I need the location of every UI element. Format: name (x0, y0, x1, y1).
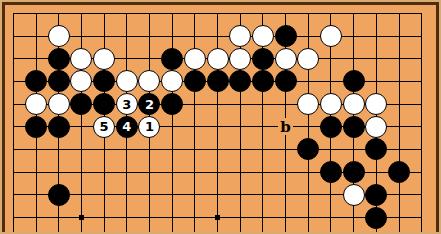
intersection-2-7 (47, 161, 70, 184)
intersection-13-10 (297, 229, 320, 232)
intersection-2-1 (47, 25, 70, 48)
white-stone (297, 93, 319, 115)
intersection-9-0 (206, 2, 229, 25)
intersection-15-1 (342, 25, 365, 48)
intersection-13-0 (297, 2, 320, 25)
black-stone (275, 25, 297, 47)
black-stone (48, 116, 70, 138)
intersection-12-5: b (274, 115, 297, 138)
intersection-13-3 (297, 70, 320, 93)
intersection-12-10 (274, 229, 297, 232)
intersection-2-10 (47, 229, 70, 232)
intersection-18-7 (410, 161, 433, 184)
intersection-10-7 (229, 161, 252, 184)
intersection-11-1 (252, 25, 275, 48)
intersection-14-0 (320, 2, 343, 25)
intersection-1-5 (25, 115, 48, 138)
white-stone (48, 25, 70, 47)
intersection-9-4 (206, 93, 229, 116)
black-stone (252, 48, 274, 70)
intersection-18-2 (410, 47, 433, 70)
intersection-3-7 (70, 161, 93, 184)
intersection-16-0 (365, 2, 388, 25)
intersection-18-5 (410, 115, 433, 138)
intersection-18-9 (410, 206, 433, 229)
intersection-14-10 (320, 229, 343, 232)
intersection-10-4 (229, 93, 252, 116)
intersection-13-7 (297, 161, 320, 184)
intersection-7-5 (161, 115, 184, 138)
intersection-16-5 (365, 115, 388, 138)
intersection-3-9 (70, 206, 93, 229)
intersection-14-9 (320, 206, 343, 229)
go-diagram: 32541b (0, 0, 441, 234)
intersection-8-1 (184, 25, 207, 48)
intersection-18-8 (410, 184, 433, 207)
intersection-15-10 (342, 229, 365, 232)
intersection-0-6 (2, 138, 25, 161)
black-stone (252, 70, 274, 92)
black-stone (93, 93, 115, 115)
intersection-16-3 (365, 70, 388, 93)
black-stone (48, 184, 70, 206)
intersection-7-1 (161, 25, 184, 48)
white-stone (48, 93, 70, 115)
intersection-1-2 (25, 47, 48, 70)
intersection-4-10 (93, 229, 116, 232)
intersection-6-10 (138, 229, 161, 232)
intersection-3-0 (70, 2, 93, 25)
white-stone (229, 48, 251, 70)
intersection-10-10 (229, 229, 252, 232)
intersection-16-10 (365, 229, 388, 232)
intersection-15-6 (342, 138, 365, 161)
white-stone (297, 48, 319, 70)
intersection-12-4 (274, 93, 297, 116)
intersection-17-1 (388, 25, 411, 48)
intersection-7-0 (161, 2, 184, 25)
white-stone-move-1: 1 (138, 116, 160, 138)
black-stone-move-4: 4 (116, 116, 138, 138)
black-stone (207, 70, 229, 92)
intersection-17-3 (388, 70, 411, 93)
intersection-3-5 (70, 115, 93, 138)
white-stone (70, 70, 92, 92)
intersection-8-3 (184, 70, 207, 93)
intersection-3-2 (70, 47, 93, 70)
intersection-10-9 (229, 206, 252, 229)
black-stone (229, 70, 251, 92)
intersection-12-8 (274, 184, 297, 207)
intersection-3-6 (70, 138, 93, 161)
intersection-15-0 (342, 2, 365, 25)
intersection-7-8 (161, 184, 184, 207)
intersection-5-7 (115, 161, 138, 184)
black-stone (25, 116, 47, 138)
intersection-9-1 (206, 25, 229, 48)
intersection-4-4 (93, 93, 116, 116)
intersection-11-7 (252, 161, 275, 184)
intersection-17-8 (388, 184, 411, 207)
intersection-8-0 (184, 2, 207, 25)
intersection-16-4 (365, 93, 388, 116)
intersection-14-3 (320, 70, 343, 93)
intersection-5-9 (115, 206, 138, 229)
intersection-15-4 (342, 93, 365, 116)
white-stone (184, 48, 206, 70)
intersection-17-2 (388, 47, 411, 70)
intersection-2-0 (47, 2, 70, 25)
intersection-12-9 (274, 206, 297, 229)
intersection-6-4: 2 (138, 93, 161, 116)
white-stone (275, 48, 297, 70)
intersection-12-6 (274, 138, 297, 161)
white-stone-move-5: 5 (93, 116, 115, 138)
intersection-15-7 (342, 161, 365, 184)
black-stone (184, 70, 206, 92)
intersection-0-9 (2, 206, 25, 229)
intersection-8-10 (184, 229, 207, 232)
intersection-2-5 (47, 115, 70, 138)
intersection-14-1 (320, 25, 343, 48)
white-stone (138, 70, 160, 92)
black-stone (388, 161, 410, 183)
intersection-0-2 (2, 47, 25, 70)
intersection-10-6 (229, 138, 252, 161)
intersection-13-8 (297, 184, 320, 207)
intersection-6-5: 1 (138, 115, 161, 138)
white-stone (365, 116, 387, 138)
intersection-6-6 (138, 138, 161, 161)
go-board-grid: 32541b (2, 2, 433, 232)
intersection-10-3 (229, 70, 252, 93)
intersection-1-8 (25, 184, 48, 207)
intersection-5-0 (115, 2, 138, 25)
intersection-10-1 (229, 25, 252, 48)
intersection-18-10 (410, 229, 433, 232)
intersection-2-9 (47, 206, 70, 229)
intersection-15-8 (342, 184, 365, 207)
white-stone (365, 93, 387, 115)
intersection-8-7 (184, 161, 207, 184)
intersection-13-5 (297, 115, 320, 138)
black-stone (275, 70, 297, 92)
intersection-14-4 (320, 93, 343, 116)
intersection-6-0 (138, 2, 161, 25)
intersection-4-7 (93, 161, 116, 184)
intersection-11-6 (252, 138, 275, 161)
intersection-0-8 (2, 184, 25, 207)
intersection-11-5 (252, 115, 275, 138)
board-frame: 32541b (2, 2, 439, 232)
intersection-8-9 (184, 206, 207, 229)
intersection-4-6 (93, 138, 116, 161)
intersection-1-4 (25, 93, 48, 116)
intersection-14-7 (320, 161, 343, 184)
black-stone (343, 161, 365, 183)
star-point (79, 215, 84, 220)
intersection-8-4 (184, 93, 207, 116)
intersection-1-0 (25, 2, 48, 25)
intersection-9-8 (206, 184, 229, 207)
intersection-2-3 (47, 70, 70, 93)
intersection-6-1 (138, 25, 161, 48)
intersection-7-10 (161, 229, 184, 232)
intersection-8-6 (184, 138, 207, 161)
intersection-7-4 (161, 93, 184, 116)
intersection-3-4 (70, 93, 93, 116)
intersection-9-3 (206, 70, 229, 93)
intersection-13-9 (297, 206, 320, 229)
intersection-11-4 (252, 93, 275, 116)
intersection-2-4 (47, 93, 70, 116)
intersection-0-4 (2, 93, 25, 116)
intersection-18-4 (410, 93, 433, 116)
intersection-11-2 (252, 47, 275, 70)
intersection-5-4: 3 (115, 93, 138, 116)
intersection-12-1 (274, 25, 297, 48)
intersection-2-8 (47, 184, 70, 207)
intersection-6-8 (138, 184, 161, 207)
intersection-0-5 (2, 115, 25, 138)
intersection-12-7 (274, 161, 297, 184)
intersection-4-1 (93, 25, 116, 48)
intersection-11-8 (252, 184, 275, 207)
intersection-8-2 (184, 47, 207, 70)
intersection-9-10 (206, 229, 229, 232)
intersection-13-1 (297, 25, 320, 48)
white-stone (93, 48, 115, 70)
intersection-3-10 (70, 229, 93, 232)
intersection-3-3 (70, 70, 93, 93)
black-stone (343, 116, 365, 138)
black-stone (161, 48, 183, 70)
intersection-14-8 (320, 184, 343, 207)
intersection-5-3 (115, 70, 138, 93)
intersection-18-6 (410, 138, 433, 161)
black-stone (320, 161, 342, 183)
intersection-7-2 (161, 47, 184, 70)
white-stone (343, 184, 365, 206)
intersection-1-3 (25, 70, 48, 93)
intersection-16-9 (365, 206, 388, 229)
intersection-17-5 (388, 115, 411, 138)
intersection-4-3 (93, 70, 116, 93)
label-point-b: b (278, 118, 293, 135)
intersection-16-1 (365, 25, 388, 48)
white-stone (207, 48, 229, 70)
intersection-10-2 (229, 47, 252, 70)
intersection-14-6 (320, 138, 343, 161)
black-stone (343, 70, 365, 92)
intersection-12-0 (274, 2, 297, 25)
intersection-10-8 (229, 184, 252, 207)
intersection-12-2 (274, 47, 297, 70)
star-point (215, 215, 220, 220)
white-stone (161, 70, 183, 92)
intersection-8-8 (184, 184, 207, 207)
black-stone-move-2: 2 (138, 93, 160, 115)
intersection-11-0 (252, 2, 275, 25)
intersection-11-3 (252, 70, 275, 93)
intersection-15-5 (342, 115, 365, 138)
white-stone (320, 25, 342, 47)
intersection-4-0 (93, 2, 116, 25)
intersection-10-5 (229, 115, 252, 138)
black-stone (320, 116, 342, 138)
intersection-10-0 (229, 2, 252, 25)
intersection-15-9 (342, 206, 365, 229)
intersection-15-2 (342, 47, 365, 70)
intersection-17-10 (388, 229, 411, 232)
black-stone (161, 93, 183, 115)
intersection-5-1 (115, 25, 138, 48)
intersection-5-10 (115, 229, 138, 232)
intersection-1-1 (25, 25, 48, 48)
intersection-16-7 (365, 161, 388, 184)
black-stone (365, 138, 387, 160)
intersection-4-2 (93, 47, 116, 70)
intersection-18-3 (410, 70, 433, 93)
intersection-17-6 (388, 138, 411, 161)
intersection-0-7 (2, 161, 25, 184)
intersection-18-0 (410, 2, 433, 25)
intersection-7-3 (161, 70, 184, 93)
intersection-5-5: 4 (115, 115, 138, 138)
white-stone (252, 25, 274, 47)
intersection-9-2 (206, 47, 229, 70)
intersection-15-3 (342, 70, 365, 93)
intersection-6-3 (138, 70, 161, 93)
intersection-9-7 (206, 161, 229, 184)
intersection-6-7 (138, 161, 161, 184)
intersection-6-9 (138, 206, 161, 229)
intersection-0-0 (2, 2, 25, 25)
intersection-16-6 (365, 138, 388, 161)
intersection-9-6 (206, 138, 229, 161)
intersection-17-9 (388, 206, 411, 229)
intersection-16-2 (365, 47, 388, 70)
intersection-0-3 (2, 70, 25, 93)
intersection-9-9 (206, 206, 229, 229)
black-stone (48, 70, 70, 92)
intersection-5-2 (115, 47, 138, 70)
intersection-2-2 (47, 47, 70, 70)
intersection-17-4 (388, 93, 411, 116)
intersection-3-1 (70, 25, 93, 48)
intersection-4-9 (93, 206, 116, 229)
intersection-12-3 (274, 70, 297, 93)
black-stone (25, 70, 47, 92)
white-stone (229, 25, 251, 47)
intersection-0-1 (2, 25, 25, 48)
intersection-5-8 (115, 184, 138, 207)
intersection-8-5 (184, 115, 207, 138)
white-stone (25, 93, 47, 115)
intersection-5-6 (115, 138, 138, 161)
intersection-14-2 (320, 47, 343, 70)
intersection-11-9 (252, 206, 275, 229)
intersection-13-4 (297, 93, 320, 116)
black-stone (365, 184, 387, 206)
intersection-4-8 (93, 184, 116, 207)
intersection-16-8 (365, 184, 388, 207)
intersection-6-2 (138, 47, 161, 70)
intersection-1-7 (25, 161, 48, 184)
intersection-1-9 (25, 206, 48, 229)
intersection-3-8 (70, 184, 93, 207)
white-stone (343, 93, 365, 115)
intersection-7-7 (161, 161, 184, 184)
intersection-14-5 (320, 115, 343, 138)
intersection-7-9 (161, 206, 184, 229)
intersection-13-6 (297, 138, 320, 161)
black-stone (70, 93, 92, 115)
intersection-11-10 (252, 229, 275, 232)
intersection-4-5: 5 (93, 115, 116, 138)
intersection-9-5 (206, 115, 229, 138)
intersection-1-6 (25, 138, 48, 161)
black-stone (297, 138, 319, 160)
intersection-17-7 (388, 161, 411, 184)
intersection-7-6 (161, 138, 184, 161)
black-stone (48, 48, 70, 70)
white-stone (320, 93, 342, 115)
white-stone-move-3: 3 (116, 93, 138, 115)
intersection-0-10 (2, 229, 25, 232)
white-stone (70, 48, 92, 70)
white-stone (116, 70, 138, 92)
intersection-1-10 (25, 229, 48, 232)
intersection-18-1 (410, 25, 433, 48)
intersection-17-0 (388, 2, 411, 25)
intersection-13-2 (297, 47, 320, 70)
black-stone (93, 70, 115, 92)
black-stone (365, 207, 387, 229)
intersection-2-6 (47, 138, 70, 161)
